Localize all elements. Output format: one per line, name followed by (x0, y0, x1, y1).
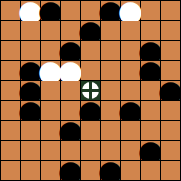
board-cell[interactable] (21, 161, 40, 180)
board-cell[interactable]: ● (21, 101, 40, 120)
board-cell[interactable]: ● (81, 21, 100, 40)
board-cell[interactable] (101, 21, 120, 40)
board-cell[interactable] (21, 141, 40, 160)
board-cell[interactable]: ● (61, 161, 80, 180)
board-cell[interactable] (141, 101, 160, 120)
board-cell[interactable] (81, 41, 100, 60)
board-cell[interactable] (101, 41, 120, 60)
board-cell[interactable] (161, 141, 180, 160)
board-cell[interactable] (141, 161, 160, 180)
board-cell[interactable]: ● (141, 141, 160, 160)
board-cell[interactable] (161, 41, 180, 60)
board-cell[interactable]: ● (61, 61, 80, 80)
board-cell[interactable] (121, 161, 140, 180)
board-cell[interactable] (161, 121, 180, 140)
board-cell[interactable] (1, 121, 20, 140)
board-cell[interactable]: ● (121, 1, 140, 20)
board: ●●●●●●●●●●●●●●●●●●●● (0, 0, 181, 181)
board-cell[interactable] (101, 61, 120, 80)
board-cell[interactable] (1, 141, 20, 160)
board-cell[interactable]: ● (101, 161, 120, 180)
board-cell[interactable] (21, 121, 40, 140)
board-cell[interactable] (101, 121, 120, 140)
board-cell[interactable]: ● (61, 121, 80, 140)
board-cell[interactable] (141, 1, 160, 20)
king-cross-horizontal (81, 89, 100, 92)
board-cell[interactable]: ● (41, 1, 60, 20)
board-cell[interactable] (81, 61, 100, 80)
black-stone[interactable]: ● (98, 156, 123, 181)
board-cell[interactable]: ● (121, 101, 140, 120)
board-cell[interactable]: ● (81, 101, 100, 120)
board-cell[interactable] (41, 81, 60, 100)
board-cell[interactable]: ● (161, 81, 180, 100)
board-cell[interactable] (1, 21, 20, 40)
board-cell[interactable] (161, 21, 180, 40)
board-cell[interactable] (161, 1, 180, 20)
board-cell[interactable] (1, 161, 20, 180)
board-cell[interactable] (21, 21, 40, 40)
board-cell[interactable] (81, 121, 100, 140)
board-cell[interactable] (161, 161, 180, 180)
board-cell[interactable] (161, 101, 180, 120)
black-stone[interactable]: ● (58, 156, 83, 181)
